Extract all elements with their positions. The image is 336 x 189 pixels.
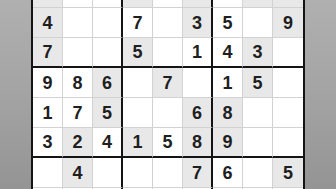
cell-r8c3[interactable]: [93, 188, 123, 189]
sudoku-app-screen: 47359751439867151756832415894765: [0, 0, 336, 189]
cell-r2c9[interactable]: 9: [273, 8, 303, 38]
cell-r3c3[interactable]: [93, 38, 123, 68]
cell-r6c2[interactable]: 2: [63, 128, 93, 158]
cell-r2c2[interactable]: [63, 8, 93, 38]
left-letterbox: [0, 0, 31, 189]
cell-r6c1[interactable]: 3: [33, 128, 63, 158]
cell-r5c3[interactable]: 5: [93, 98, 123, 128]
cell-r5c7[interactable]: 8: [213, 98, 243, 128]
cell-r3c4[interactable]: 5: [123, 38, 153, 68]
cell-r8c2[interactable]: [63, 188, 93, 189]
cell-r7c1[interactable]: [33, 158, 63, 188]
cell-r4c8[interactable]: 5: [243, 68, 273, 98]
cell-r6c8[interactable]: [243, 128, 273, 158]
cell-r2c8[interactable]: [243, 8, 273, 38]
cell-r4c9[interactable]: [273, 68, 303, 98]
cell-r1c4[interactable]: [123, 0, 153, 8]
right-letterbox: [305, 0, 336, 189]
cell-r8c7[interactable]: [213, 188, 243, 189]
cell-r1c6[interactable]: [183, 0, 213, 8]
cell-r1c2[interactable]: [63, 0, 93, 8]
cell-r3c1[interactable]: 7: [33, 38, 63, 68]
cell-r4c2[interactable]: 8: [63, 68, 93, 98]
cell-r3c5[interactable]: [153, 38, 183, 68]
cell-r2c6[interactable]: 3: [183, 8, 213, 38]
cell-r4c7[interactable]: 1: [213, 68, 243, 98]
cell-r5c6[interactable]: 6: [183, 98, 213, 128]
cell-r6c7[interactable]: 9: [213, 128, 243, 158]
cell-r5c1[interactable]: 1: [33, 98, 63, 128]
cell-r1c1[interactable]: [33, 0, 63, 8]
cell-r2c7[interactable]: 5: [213, 8, 243, 38]
cell-r2c5[interactable]: [153, 8, 183, 38]
cell-r5c8[interactable]: [243, 98, 273, 128]
cell-r7c4[interactable]: [123, 158, 153, 188]
cell-r5c5[interactable]: [153, 98, 183, 128]
cell-r1c7[interactable]: [213, 0, 243, 8]
cell-r7c8[interactable]: [243, 158, 273, 188]
cell-r3c9[interactable]: [273, 38, 303, 68]
cell-r5c2[interactable]: 7: [63, 98, 93, 128]
cell-r3c8[interactable]: 3: [243, 38, 273, 68]
cell-r1c3[interactable]: [93, 0, 123, 8]
cell-r8c6[interactable]: [183, 188, 213, 189]
cell-r8c5[interactable]: [153, 188, 183, 189]
cell-r4c5[interactable]: 7: [153, 68, 183, 98]
cell-r1c9[interactable]: [273, 0, 303, 8]
cell-r2c1[interactable]: 4: [33, 8, 63, 38]
cell-r6c6[interactable]: 8: [183, 128, 213, 158]
cell-r4c3[interactable]: 6: [93, 68, 123, 98]
cell-r4c1[interactable]: 9: [33, 68, 63, 98]
cell-r8c4[interactable]: [123, 188, 153, 189]
cell-r7c7[interactable]: 6: [213, 158, 243, 188]
cell-r5c4[interactable]: [123, 98, 153, 128]
cell-r8c9[interactable]: [273, 188, 303, 189]
cell-r8c1[interactable]: [33, 188, 63, 189]
cell-r6c5[interactable]: 5: [153, 128, 183, 158]
cell-r6c3[interactable]: 4: [93, 128, 123, 158]
cell-r2c4[interactable]: 7: [123, 8, 153, 38]
sudoku-board: 47359751439867151756832415894765: [31, 0, 305, 189]
cell-r4c4[interactable]: [123, 68, 153, 98]
cell-r7c9[interactable]: 5: [273, 158, 303, 188]
cell-r7c6[interactable]: 7: [183, 158, 213, 188]
cell-r3c2[interactable]: [63, 38, 93, 68]
cell-r1c5[interactable]: [153, 0, 183, 8]
cell-r3c6[interactable]: 1: [183, 38, 213, 68]
cell-r2c3[interactable]: [93, 8, 123, 38]
cell-r7c3[interactable]: [93, 158, 123, 188]
cell-r6c9[interactable]: [273, 128, 303, 158]
cell-r7c2[interactable]: 4: [63, 158, 93, 188]
cell-r1c8[interactable]: [243, 0, 273, 8]
cell-r4c6[interactable]: [183, 68, 213, 98]
cell-r8c8[interactable]: [243, 188, 273, 189]
cell-r3c7[interactable]: 4: [213, 38, 243, 68]
cell-r7c5[interactable]: [153, 158, 183, 188]
cell-r6c4[interactable]: 1: [123, 128, 153, 158]
cell-r5c9[interactable]: [273, 98, 303, 128]
